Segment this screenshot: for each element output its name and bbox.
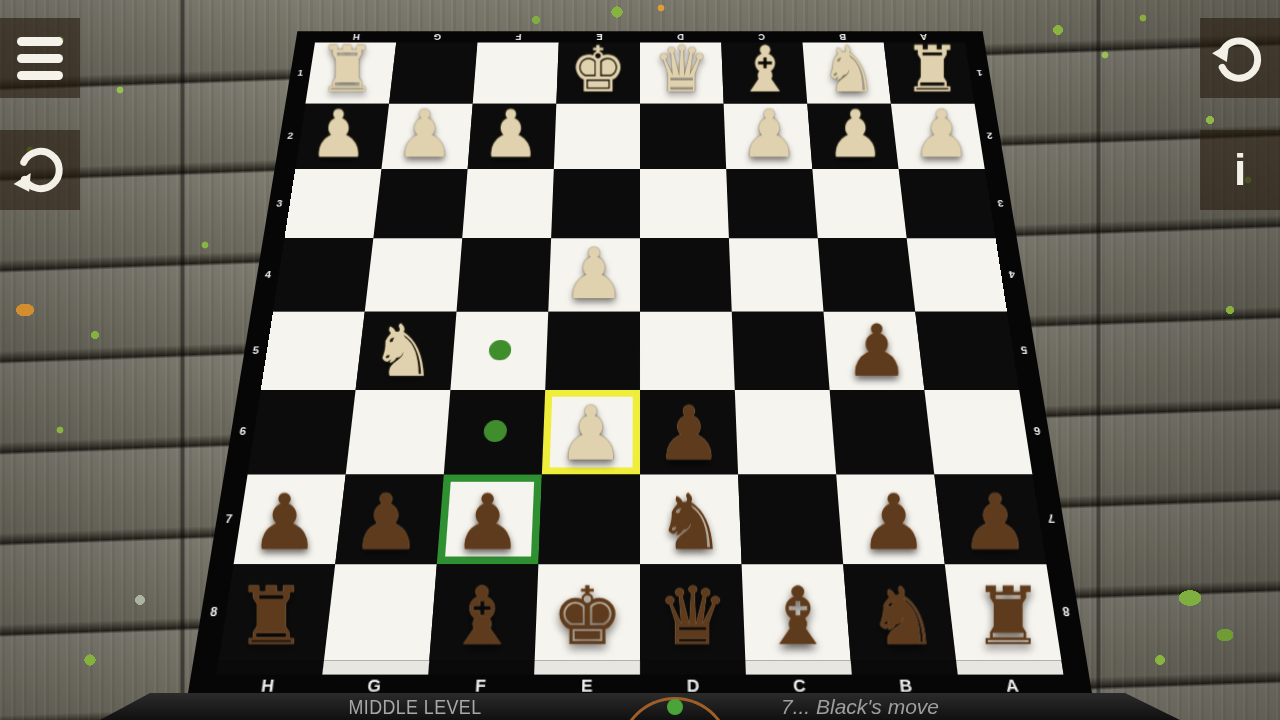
info-button[interactable]: i xyxy=(1200,130,1280,210)
square-e8[interactable]: ♚ xyxy=(535,564,640,661)
black-knight-d7[interactable]: ♞ xyxy=(640,482,742,561)
square-d5[interactable] xyxy=(640,312,735,390)
square-e6[interactable]: ♟ xyxy=(542,390,640,474)
square-e7[interactable] xyxy=(538,474,640,564)
black-bishop-c8[interactable]: ♝ xyxy=(745,576,850,658)
file-label-top-a: A xyxy=(882,31,965,42)
white-knight-g5[interactable]: ♞ xyxy=(356,314,451,388)
square-c4[interactable] xyxy=(729,238,824,312)
front-face-segment xyxy=(216,661,324,675)
black-pawn-g7[interactable]: ♟ xyxy=(335,482,437,561)
black-rook-h8[interactable]: ♜ xyxy=(219,576,324,658)
square-f4[interactable] xyxy=(456,238,551,312)
white-pawn-e4[interactable]: ♟ xyxy=(548,238,640,310)
square-d7[interactable]: ♞ xyxy=(640,474,742,564)
square-b5[interactable]: ♟ xyxy=(824,312,925,390)
file-label-top-d: D xyxy=(640,31,721,42)
square-g6[interactable] xyxy=(346,390,451,474)
black-pawn-d6[interactable]: ♟ xyxy=(640,395,738,472)
white-pawn-b2[interactable]: ♟ xyxy=(812,100,898,167)
square-h8[interactable]: ♜ xyxy=(219,564,336,661)
square-d1[interactable]: ♛ xyxy=(640,43,724,104)
square-f7[interactable]: ♟ xyxy=(437,474,542,564)
white-pawn-h2[interactable]: ♟ xyxy=(295,100,381,167)
square-e3[interactable] xyxy=(551,169,640,238)
square-d3[interactable] xyxy=(640,169,729,238)
black-bishop-f8[interactable]: ♝ xyxy=(429,576,534,658)
square-c6[interactable] xyxy=(735,390,836,474)
white-pawn-g2[interactable]: ♟ xyxy=(382,100,468,167)
front-face-segment xyxy=(745,661,851,675)
white-pawn-a2[interactable]: ♟ xyxy=(898,100,984,167)
black-pawn-h7[interactable]: ♟ xyxy=(234,482,336,561)
white-pawn-e6[interactable]: ♟ xyxy=(542,395,640,472)
chess-board[interactable]: HGFEDCBA ♜♚♛♝♞♜♟♟♟♟♟♟♟♞♟♟♟♟♟♟♞♟♟♜♝♚♛♝♞♜ … xyxy=(187,31,1092,696)
menu-button[interactable] xyxy=(0,18,80,98)
legal-move-dot-f6[interactable] xyxy=(483,420,507,442)
hamburger-icon xyxy=(17,37,63,80)
front-face-segment xyxy=(534,661,640,675)
square-e1[interactable]: ♚ xyxy=(556,43,640,104)
file-label-top-b: B xyxy=(802,31,884,42)
white-pawn-c2[interactable]: ♟ xyxy=(726,100,812,167)
front-face-segment xyxy=(956,661,1064,675)
info-icon: i xyxy=(1234,148,1246,192)
square-c2[interactable]: ♟ xyxy=(724,104,813,169)
square-a7[interactable]: ♟ xyxy=(934,474,1046,564)
square-e4[interactable]: ♟ xyxy=(548,238,640,312)
square-c7[interactable] xyxy=(738,474,843,564)
move-status-label: 7... Black's move xyxy=(730,695,990,719)
redo-button[interactable] xyxy=(1200,18,1280,98)
white-knight-b1[interactable]: ♞ xyxy=(807,37,891,102)
board-grid: ♜♚♛♝♞♜♟♟♟♟♟♟♟♞♟♟♟♟♟♟♞♟♟♜♝♚♛♝♞♜ xyxy=(219,43,1062,661)
board-scene: HGFEDCBA ♜♚♛♝♞♜♟♟♟♟♟♟♟♞♟♟♟♟♟♟♞♟♟♜♝♚♛♝♞♜ … xyxy=(0,0,1280,720)
file-label-top-c: C xyxy=(721,31,803,42)
legal-move-dot-f5[interactable] xyxy=(488,340,511,360)
square-g2[interactable]: ♟ xyxy=(381,104,472,169)
square-b8[interactable]: ♞ xyxy=(843,564,956,661)
square-a3[interactable] xyxy=(899,169,996,238)
square-a8[interactable]: ♜ xyxy=(945,564,1062,661)
board-frame: HGFEDCBA ♜♚♛♝♞♜♟♟♟♟♟♟♟♞♟♟♟♟♟♟♞♟♟♜♝♚♛♝♞♜ … xyxy=(187,31,1092,696)
square-a4[interactable] xyxy=(907,238,1007,312)
square-h7[interactable]: ♟ xyxy=(234,474,346,564)
file-label-top-h: H xyxy=(315,31,398,42)
square-a6[interactable] xyxy=(924,390,1032,474)
turn-indicator-dot xyxy=(667,699,683,715)
square-b3[interactable] xyxy=(812,169,906,238)
square-c8[interactable]: ♝ xyxy=(742,564,851,661)
file-label-top-f: F xyxy=(477,31,559,42)
square-g5[interactable]: ♞ xyxy=(356,312,457,390)
status-bar: MIDDLE LEVEL 7... Black's move xyxy=(0,693,1280,720)
difficulty-level-label: MIDDLE LEVEL xyxy=(309,695,522,719)
square-g7[interactable]: ♟ xyxy=(335,474,444,564)
undo-icon xyxy=(9,139,71,201)
front-face-segment xyxy=(322,661,429,675)
square-d2[interactable] xyxy=(640,104,726,169)
square-d4[interactable] xyxy=(640,238,732,312)
black-pawn-b7[interactable]: ♟ xyxy=(843,482,945,561)
file-label-top-e: E xyxy=(559,31,640,42)
square-f2[interactable]: ♟ xyxy=(468,104,557,169)
front-face-segment xyxy=(640,661,746,675)
black-pawn-a7[interactable]: ♟ xyxy=(945,482,1047,561)
black-knight-b8[interactable]: ♞ xyxy=(851,576,956,658)
square-a5[interactable] xyxy=(915,312,1019,390)
square-g8[interactable] xyxy=(324,564,437,661)
white-rook-a1[interactable]: ♜ xyxy=(891,37,975,102)
square-c3[interactable] xyxy=(726,169,818,238)
square-b4[interactable] xyxy=(818,238,915,312)
square-a2[interactable]: ♟ xyxy=(891,104,985,169)
square-h4[interactable] xyxy=(273,238,373,312)
square-g3[interactable] xyxy=(373,169,467,238)
square-b7[interactable]: ♟ xyxy=(836,474,945,564)
square-f3[interactable] xyxy=(462,169,554,238)
white-rook-h1[interactable]: ♜ xyxy=(306,37,390,102)
black-pawn-f7[interactable]: ♟ xyxy=(437,482,539,561)
redo-icon xyxy=(1209,27,1271,89)
front-face-segment xyxy=(851,661,958,675)
square-e2[interactable] xyxy=(554,104,640,169)
square-f6[interactable] xyxy=(444,390,545,474)
black-rook-a8[interactable]: ♜ xyxy=(956,576,1061,658)
square-c5[interactable] xyxy=(732,312,830,390)
square-h3[interactable] xyxy=(284,169,381,238)
square-d6[interactable]: ♟ xyxy=(640,390,738,474)
file-label-top-g: G xyxy=(396,31,478,42)
undo-button[interactable] xyxy=(0,130,80,210)
white-queen-d1[interactable]: ♛ xyxy=(640,37,724,102)
square-b2[interactable]: ♟ xyxy=(807,104,898,169)
square-f8[interactable]: ♝ xyxy=(429,564,538,661)
board-front-face xyxy=(216,661,1063,675)
black-pawn-b5[interactable]: ♟ xyxy=(829,314,924,388)
white-bishop-c1[interactable]: ♝ xyxy=(724,37,808,102)
square-b6[interactable] xyxy=(830,390,935,474)
square-g4[interactable] xyxy=(365,238,462,312)
white-pawn-f2[interactable]: ♟ xyxy=(468,100,554,167)
square-e5[interactable] xyxy=(545,312,640,390)
black-king-e8[interactable]: ♚ xyxy=(535,576,640,658)
square-h5[interactable] xyxy=(261,312,365,390)
square-f5[interactable] xyxy=(450,312,548,390)
file-labels-top: HGFEDCBA xyxy=(315,31,965,42)
white-king-e1[interactable]: ♚ xyxy=(556,37,640,102)
square-d8[interactable]: ♛ xyxy=(640,564,745,661)
black-queen-d8[interactable]: ♛ xyxy=(640,576,745,658)
square-h6[interactable] xyxy=(248,390,356,474)
front-face-segment xyxy=(428,661,534,675)
square-h2[interactable]: ♟ xyxy=(295,104,389,169)
